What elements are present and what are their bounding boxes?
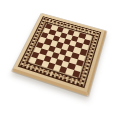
photo-background [0, 0, 120, 120]
game-board [12, 14, 106, 97]
